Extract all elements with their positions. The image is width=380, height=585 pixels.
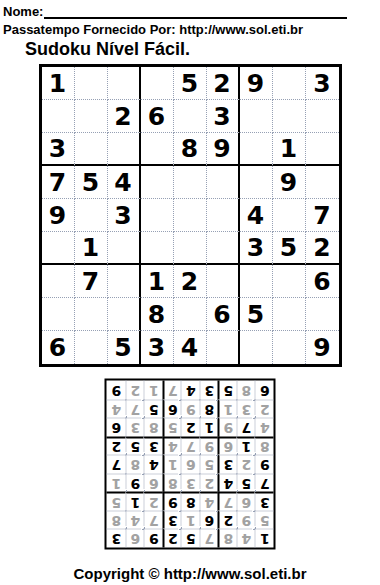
cell-r3c2[interactable]	[75, 133, 108, 166]
cell-r2c9[interactable]	[306, 100, 339, 133]
cell-r9c1: 6	[42, 331, 75, 364]
solution-cell-r4c9: 1	[107, 474, 126, 493]
solution-cell-r7c3: 9	[218, 418, 237, 437]
cell-r9c5: 4	[174, 331, 207, 364]
solution-cell-r7c9: 6	[107, 418, 126, 437]
solution-cell-r8c7: 5	[144, 400, 163, 419]
name-row: Nome:	[3, 2, 377, 19]
solution-cell-r2c8: 4	[125, 511, 144, 530]
cell-r9c2[interactable]	[75, 331, 108, 364]
cell-r9c3: 5	[108, 331, 141, 364]
solution-cell-r7c2: 7	[236, 418, 255, 437]
solution-cell-r1c6: 2	[162, 529, 181, 548]
cell-r4c1: 7	[42, 166, 75, 199]
solution-cell-r6c2: 1	[236, 437, 255, 456]
solution-cell-r3c2: 6	[236, 492, 255, 511]
cell-r4c9[interactable]	[306, 166, 339, 199]
cell-r3c6: 9	[207, 133, 240, 166]
solution-cell-r4c2: 5	[236, 474, 255, 493]
cell-r8c6: 6	[207, 298, 240, 331]
cell-r2c7[interactable]	[240, 100, 273, 133]
cell-r4c8: 9	[273, 166, 306, 199]
cell-r8c1[interactable]	[42, 298, 75, 331]
solution-cell-r2c4: 6	[199, 511, 218, 530]
name-blank-line[interactable]	[44, 3, 347, 19]
solution-cell-r8c6: 6	[162, 400, 181, 419]
solution-cell-r4c1: 7	[255, 474, 274, 493]
cell-r1c1: 1	[42, 67, 75, 100]
cell-r9c9: 9	[306, 331, 339, 364]
solution-cell-r7c4: 1	[199, 418, 218, 437]
solution-cell-r9c3: 5	[218, 381, 237, 400]
cell-r2c6: 3	[207, 100, 240, 133]
cell-r3c8: 1	[273, 133, 306, 166]
cell-r3c4[interactable]	[141, 133, 174, 166]
cell-r1c8[interactable]	[273, 67, 306, 100]
cell-r7c2: 7	[75, 265, 108, 298]
solution-cell-r3c6: 9	[162, 492, 181, 511]
cell-r2c4: 6	[141, 100, 174, 133]
solution-cell-r7c6: 5	[162, 418, 181, 437]
solution-cell-r8c5: 9	[181, 400, 200, 419]
solution-cell-r5c7: 4	[144, 455, 163, 474]
solution-cell-r3c9: 5	[107, 492, 126, 511]
solution-cell-r5c2: 2	[236, 455, 255, 474]
cell-r1c2[interactable]	[75, 67, 108, 100]
solution-cell-r4c5: 3	[181, 474, 200, 493]
solution-cell-r7c7: 8	[144, 418, 163, 437]
solution-cell-r5c8: 8	[125, 455, 144, 474]
cell-r9c6[interactable]	[207, 331, 240, 364]
solution-cell-r2c3: 2	[218, 511, 237, 530]
solution-cell-r5c1: 9	[255, 455, 274, 474]
cell-r7c3[interactable]	[108, 265, 141, 298]
cell-r6c4[interactable]	[141, 232, 174, 265]
solution-cell-r4c4: 2	[199, 474, 218, 493]
cell-r7c5: 2	[174, 265, 207, 298]
cell-r7c8[interactable]	[273, 265, 306, 298]
solution-cell-r8c4: 8	[199, 400, 218, 419]
cell-r3c5: 8	[174, 133, 207, 166]
cell-r4c5[interactable]	[174, 166, 207, 199]
solution-cell-r6c6: 4	[162, 437, 181, 456]
solution-area: 1487529635926137483674892157542386919235…	[3, 379, 377, 550]
cell-r2c1[interactable]	[42, 100, 75, 133]
copyright-line: Copyright © http://www.sol.eti.br	[3, 565, 377, 582]
cell-r4c7[interactable]	[240, 166, 273, 199]
cell-r6c3[interactable]	[108, 232, 141, 265]
cell-r3c7[interactable]	[240, 133, 273, 166]
solution-cell-r6c8: 5	[125, 437, 144, 456]
solution-cell-r1c2: 4	[236, 529, 255, 548]
cell-r1c7: 9	[240, 67, 273, 100]
cell-r1c4[interactable]	[141, 67, 174, 100]
solution-cell-r8c1: 2	[255, 400, 274, 419]
solution-cell-r3c7: 2	[144, 492, 163, 511]
solution-cell-r7c5: 2	[181, 418, 200, 437]
cell-r8c9[interactable]	[306, 298, 339, 331]
solution-cell-r5c3: 3	[218, 455, 237, 474]
cell-r4c2: 5	[75, 166, 108, 199]
cell-r7c9: 6	[306, 265, 339, 298]
solution-cell-r7c8: 3	[125, 418, 144, 437]
solution-cell-r9c6: 7	[162, 381, 181, 400]
cell-r4c3: 4	[108, 166, 141, 199]
cell-r6c9: 2	[306, 232, 339, 265]
solution-cell-r1c9: 3	[107, 529, 126, 548]
solution-cell-r8c9: 4	[107, 400, 126, 419]
solution-cell-r2c1: 5	[255, 511, 274, 530]
cell-r6c6[interactable]	[207, 232, 240, 265]
solution-cell-r9c7: 1	[144, 381, 163, 400]
solution-cell-r6c1: 8	[255, 437, 274, 456]
solution-cell-r3c4: 4	[199, 492, 218, 511]
solution-cell-r6c4: 9	[199, 437, 218, 456]
solution-cell-r9c5: 4	[181, 381, 200, 400]
solution-cell-r4c7: 6	[144, 474, 163, 493]
provider-line: Passatempo Fornecido Por: http://www.sol…	[3, 22, 377, 37]
sudoku-board: 152932633891754993471352712686565349	[39, 64, 342, 367]
sudoku-page: Nome: Passatempo Fornecido Por: http://w…	[0, 0, 380, 582]
cell-r8c7: 5	[240, 298, 273, 331]
cell-r7c1[interactable]	[42, 265, 75, 298]
cell-r2c3: 2	[108, 100, 141, 133]
solution-cell-r6c7: 3	[144, 437, 163, 456]
solution-cell-r2c2: 9	[236, 511, 255, 530]
sudoku-solution-board-upside-down: 1487529635926137483674892157542386919235…	[105, 379, 276, 550]
cell-r8c4: 8	[141, 298, 174, 331]
solution-cell-r2c6: 3	[162, 511, 181, 530]
solution-cell-r5c6: 1	[162, 455, 181, 474]
cell-r5c8[interactable]	[273, 199, 306, 232]
cell-r1c6: 2	[207, 67, 240, 100]
solution-cell-r8c3: 1	[218, 400, 237, 419]
solution-cell-r2c5: 1	[181, 511, 200, 530]
solution-cell-r8c2: 3	[236, 400, 255, 419]
page-title: Sudoku Nível Fácil.	[25, 39, 377, 60]
solution-cell-r3c5: 8	[181, 492, 200, 511]
solution-cell-r9c8: 2	[125, 381, 144, 400]
solution-cell-r2c7: 7	[144, 511, 163, 530]
cell-r6c7: 3	[240, 232, 273, 265]
cell-r6c8: 5	[273, 232, 306, 265]
cell-r4c6[interactable]	[207, 166, 240, 199]
cell-r6c1[interactable]	[42, 232, 75, 265]
solution-cell-r1c7: 9	[144, 529, 163, 548]
solution-cell-r1c8: 6	[125, 529, 144, 548]
cell-r8c2[interactable]	[75, 298, 108, 331]
cell-r5c3: 3	[108, 199, 141, 232]
solution-cell-r4c8: 9	[125, 474, 144, 493]
cell-r9c7[interactable]	[240, 331, 273, 364]
solution-cell-r2c9: 8	[107, 511, 126, 530]
solution-cell-r9c4: 3	[199, 381, 218, 400]
cell-r5c2[interactable]	[75, 199, 108, 232]
cell-r1c5: 5	[174, 67, 207, 100]
cell-r6c2: 1	[75, 232, 108, 265]
cell-r2c5[interactable]	[174, 100, 207, 133]
cell-r8c3[interactable]	[108, 298, 141, 331]
cell-r2c2[interactable]	[75, 100, 108, 133]
solution-cell-r4c6: 8	[162, 474, 181, 493]
cell-r2c8[interactable]	[273, 100, 306, 133]
solution-cell-r4c3: 4	[218, 474, 237, 493]
cell-r7c4: 1	[141, 265, 174, 298]
cell-r4c4[interactable]	[141, 166, 174, 199]
cell-r1c9: 3	[306, 67, 339, 100]
solution-cell-r5c5: 6	[181, 455, 200, 474]
cell-r5c6[interactable]	[207, 199, 240, 232]
cell-r5c9: 7	[306, 199, 339, 232]
cell-r5c5[interactable]	[174, 199, 207, 232]
cell-r9c4: 3	[141, 331, 174, 364]
solution-cell-r3c3: 7	[218, 492, 237, 511]
cell-r3c3[interactable]	[108, 133, 141, 166]
solution-cell-r1c4: 7	[199, 529, 218, 548]
cell-r6c5[interactable]	[174, 232, 207, 265]
cell-r8c8[interactable]	[273, 298, 306, 331]
solution-cell-r1c1: 1	[255, 529, 274, 548]
cell-r8c5[interactable]	[174, 298, 207, 331]
solution-cell-r6c3: 6	[218, 437, 237, 456]
cell-r5c1: 9	[42, 199, 75, 232]
solution-cell-r7c1: 4	[255, 418, 274, 437]
solution-cell-r1c3: 8	[218, 529, 237, 548]
solution-cell-r8c8: 7	[125, 400, 144, 419]
name-label: Nome:	[3, 4, 43, 19]
cell-r3c1: 3	[42, 133, 75, 166]
cell-r5c7: 4	[240, 199, 273, 232]
solution-cell-r9c9: 9	[107, 381, 126, 400]
cell-r7c6[interactable]	[207, 265, 240, 298]
cell-r9c8[interactable]	[273, 331, 306, 364]
solution-cell-r3c8: 1	[125, 492, 144, 511]
solution-cell-r5c4: 5	[199, 455, 218, 474]
cell-r1c3[interactable]	[108, 67, 141, 100]
solution-cell-r3c1: 3	[255, 492, 274, 511]
solution-cell-r1c5: 5	[181, 529, 200, 548]
cell-r7c7[interactable]	[240, 265, 273, 298]
solution-cell-r6c9: 2	[107, 437, 126, 456]
solution-cell-r5c9: 7	[107, 455, 126, 474]
solution-cell-r9c1: 6	[255, 381, 274, 400]
solution-cell-r6c5: 7	[181, 437, 200, 456]
solution-cell-r9c2: 8	[236, 381, 255, 400]
cell-r3c9[interactable]	[306, 133, 339, 166]
cell-r5c4[interactable]	[141, 199, 174, 232]
